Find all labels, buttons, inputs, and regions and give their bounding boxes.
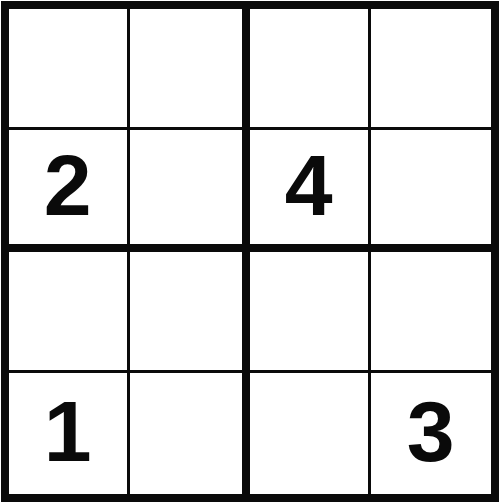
sudoku-cell-given-r2c1: 2 bbox=[9, 130, 130, 251]
sudoku-cell-given-r4c4: 3 bbox=[371, 373, 492, 494]
sudoku-cell-empty-r3c4[interactable] bbox=[371, 252, 492, 373]
sudoku-cell-empty-r3c2[interactable] bbox=[130, 252, 251, 373]
sudoku-board: 2413 bbox=[1, 1, 499, 502]
sudoku-cell-empty-r4c2[interactable] bbox=[130, 373, 251, 494]
sudoku-cell-given-r4c1: 1 bbox=[9, 373, 130, 494]
sudoku-cell-empty-r2c2[interactable] bbox=[130, 130, 251, 251]
sudoku-cell-empty-r2c4[interactable] bbox=[371, 130, 492, 251]
sudoku-page: 2413 bbox=[0, 0, 500, 503]
sudoku-cell-empty-r1c2[interactable] bbox=[130, 9, 251, 130]
sudoku-cell-empty-r3c3[interactable] bbox=[250, 252, 371, 373]
sudoku-cell-empty-r1c3[interactable] bbox=[250, 9, 371, 130]
sudoku-cell-empty-r1c4[interactable] bbox=[371, 9, 492, 130]
sudoku-cell-empty-r3c1[interactable] bbox=[9, 252, 130, 373]
sudoku-cell-given-r2c3: 4 bbox=[250, 130, 371, 251]
sudoku-cell-empty-r1c1[interactable] bbox=[9, 9, 130, 130]
sudoku-cell-empty-r4c3[interactable] bbox=[250, 373, 371, 494]
